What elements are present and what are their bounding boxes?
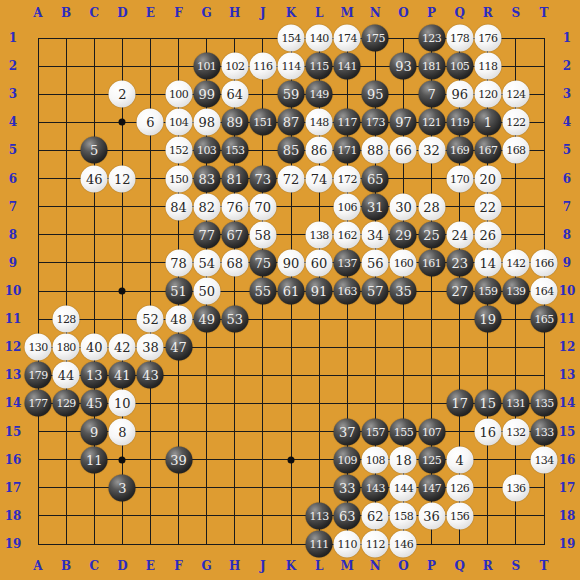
- col-label-bottom-P: P: [427, 560, 436, 572]
- stone-move-number: 98: [198, 116, 215, 129]
- stone-move-number: 101: [197, 61, 216, 72]
- row-label-left-3: 3: [9, 88, 17, 100]
- row-label-right-10: 10: [559, 285, 576, 297]
- stone-H11-black[interactable]: 53: [221, 306, 248, 333]
- stone-O18-white[interactable]: 158: [390, 502, 417, 529]
- stone-S15-white[interactable]: 132: [502, 418, 529, 445]
- stone-L1-white[interactable]: 140: [306, 25, 333, 52]
- stone-L2-black[interactable]: 115: [306, 53, 333, 80]
- stone-move-number: 130: [28, 342, 47, 353]
- stone-move-number: 155: [394, 426, 413, 437]
- row-label-left-16: 16: [5, 454, 22, 466]
- col-label-bottom-H: H: [229, 560, 240, 572]
- stone-G10-white[interactable]: 50: [193, 278, 220, 305]
- stone-N17-black[interactable]: 143: [362, 474, 389, 501]
- stone-J10-black[interactable]: 55: [249, 278, 276, 305]
- col-label-bottom-C: C: [89, 560, 99, 572]
- stone-D6-white[interactable]: 12: [109, 165, 136, 192]
- stone-move-number: 143: [366, 482, 385, 493]
- stone-C12-white[interactable]: 40: [81, 334, 108, 361]
- hoshi-point-D16: [119, 456, 126, 463]
- stone-move-number: 175: [366, 33, 385, 44]
- stone-move-number: 77: [198, 228, 215, 241]
- stone-move-number: 113: [310, 510, 329, 521]
- col-label-top-G: G: [202, 7, 212, 19]
- row-label-left-1: 1: [9, 32, 17, 44]
- stone-move-number: 20: [479, 172, 496, 185]
- stone-H2-white[interactable]: 102: [221, 53, 248, 80]
- stone-move-number: 40: [86, 341, 103, 354]
- stone-L5-white[interactable]: 86: [306, 137, 333, 164]
- row-label-left-13: 13: [5, 369, 22, 381]
- col-label-top-R: R: [483, 7, 493, 19]
- stone-E11-white[interactable]: 52: [137, 306, 164, 333]
- stone-J6-black[interactable]: 73: [249, 165, 276, 192]
- stone-P18-white[interactable]: 36: [418, 502, 445, 529]
- stone-E4-white[interactable]: 6: [137, 109, 164, 136]
- stone-L9-white[interactable]: 60: [306, 249, 333, 276]
- row-label-left-19: 19: [5, 538, 22, 550]
- stone-move-number: 118: [478, 61, 497, 72]
- stone-L18-black[interactable]: 113: [306, 502, 333, 529]
- stone-move-number: 38: [142, 341, 159, 354]
- col-label-top-B: B: [61, 7, 71, 19]
- stone-move-number: 31: [367, 200, 384, 213]
- stone-Q8-white[interactable]: 24: [446, 221, 473, 248]
- stone-move-number: 125: [422, 454, 441, 465]
- stone-H5-black[interactable]: 153: [221, 137, 248, 164]
- stone-move-number: 138: [310, 229, 329, 240]
- stone-E13-black[interactable]: 43: [137, 362, 164, 389]
- col-label-top-O: O: [398, 7, 408, 19]
- stone-M4-black[interactable]: 117: [334, 109, 361, 136]
- stone-move-number: 122: [506, 117, 525, 128]
- stone-move-number: 36: [423, 509, 440, 522]
- stone-D12-white[interactable]: 42: [109, 334, 136, 361]
- stone-L10-black[interactable]: 91: [306, 278, 333, 305]
- stone-F4-white[interactable]: 104: [165, 109, 192, 136]
- stone-K10-black[interactable]: 61: [278, 278, 305, 305]
- stone-N3-black[interactable]: 95: [362, 81, 389, 108]
- stone-T14-black[interactable]: 135: [531, 390, 558, 417]
- stone-M7-white[interactable]: 106: [334, 193, 361, 220]
- stone-M2-black[interactable]: 141: [334, 53, 361, 80]
- stone-J4-black[interactable]: 151: [249, 109, 276, 136]
- stone-N6-black[interactable]: 65: [362, 165, 389, 192]
- stone-Q4-black[interactable]: 119: [446, 109, 473, 136]
- stone-J2-white[interactable]: 116: [249, 53, 276, 80]
- stone-move-number: 139: [506, 286, 525, 297]
- stone-K4-black[interactable]: 87: [278, 109, 305, 136]
- row-label-right-8: 8: [563, 229, 571, 241]
- stone-A14-black[interactable]: 177: [25, 390, 52, 417]
- row-label-right-16: 16: [559, 454, 576, 466]
- stone-C5-black[interactable]: 5: [81, 137, 108, 164]
- stone-move-number: 32: [423, 144, 440, 157]
- stone-D14-white[interactable]: 10: [109, 390, 136, 417]
- stone-move-number: 180: [57, 342, 76, 353]
- stone-O16-white[interactable]: 18: [390, 446, 417, 473]
- stone-move-number: 5: [90, 144, 98, 157]
- stone-C6-white[interactable]: 46: [81, 165, 108, 192]
- col-label-bottom-E: E: [146, 560, 155, 572]
- stone-S17-white[interactable]: 136: [502, 474, 529, 501]
- stone-M18-black[interactable]: 63: [334, 502, 361, 529]
- stone-M1-white[interactable]: 174: [334, 25, 361, 52]
- stone-A13-black[interactable]: 179: [25, 362, 52, 389]
- stone-G4-white[interactable]: 98: [193, 109, 220, 136]
- stone-O2-black[interactable]: 93: [390, 53, 417, 80]
- stone-move-number: 121: [422, 117, 441, 128]
- row-label-right-11: 11: [559, 313, 576, 325]
- stone-J9-black[interactable]: 75: [249, 249, 276, 276]
- stone-R9-white[interactable]: 14: [474, 249, 501, 276]
- stone-move-number: 6: [146, 116, 154, 129]
- stone-D3-white[interactable]: 2: [109, 81, 136, 108]
- stone-H9-white[interactable]: 68: [221, 249, 248, 276]
- stone-N5-white[interactable]: 88: [362, 137, 389, 164]
- stone-S14-black[interactable]: 131: [502, 390, 529, 417]
- stone-N15-black[interactable]: 157: [362, 418, 389, 445]
- stone-K6-white[interactable]: 72: [278, 165, 305, 192]
- stone-R3-white[interactable]: 120: [474, 81, 501, 108]
- stone-move-number: 66: [395, 144, 412, 157]
- col-label-top-L: L: [315, 7, 323, 19]
- stone-move-number: 181: [422, 61, 441, 72]
- stone-move-number: 134: [534, 454, 553, 465]
- stone-P16-black[interactable]: 125: [418, 446, 445, 473]
- stone-O5-white[interactable]: 66: [390, 137, 417, 164]
- stone-move-number: 146: [394, 539, 413, 550]
- stone-P3-black[interactable]: 7: [418, 81, 445, 108]
- stone-move-number: 160: [394, 257, 413, 268]
- stone-move-number: 137: [338, 257, 357, 268]
- stone-E12-white[interactable]: 38: [137, 334, 164, 361]
- stone-L19-black[interactable]: 111: [306, 531, 333, 558]
- stone-K5-black[interactable]: 85: [278, 137, 305, 164]
- stone-move-number: 18: [395, 453, 412, 466]
- row-label-right-2: 2: [563, 60, 571, 72]
- stone-O7-white[interactable]: 30: [390, 193, 417, 220]
- stone-move-number: 128: [57, 314, 76, 325]
- stone-M8-white[interactable]: 162: [334, 221, 361, 248]
- stone-Q17-white[interactable]: 126: [446, 474, 473, 501]
- stone-G11-black[interactable]: 49: [193, 306, 220, 333]
- stone-Q18-white[interactable]: 156: [446, 502, 473, 529]
- stone-move-number: 7: [427, 88, 435, 101]
- stone-move-number: 24: [451, 228, 468, 241]
- stone-J8-white[interactable]: 58: [249, 221, 276, 248]
- stone-Q3-white[interactable]: 96: [446, 81, 473, 108]
- stone-N1-black[interactable]: 175: [362, 25, 389, 52]
- stone-R2-white[interactable]: 118: [474, 53, 501, 80]
- stone-M17-black[interactable]: 33: [334, 474, 361, 501]
- grid-line-horizontal: [38, 206, 545, 207]
- stone-move-number: 97: [395, 116, 412, 129]
- stone-K3-black[interactable]: 59: [278, 81, 305, 108]
- stone-O15-black[interactable]: 155: [390, 418, 417, 445]
- stone-O10-black[interactable]: 35: [390, 278, 417, 305]
- col-label-top-A: A: [33, 7, 42, 19]
- stone-B13-white[interactable]: 44: [53, 362, 80, 389]
- stone-O8-black[interactable]: 29: [390, 221, 417, 248]
- stone-T10-white[interactable]: 164: [531, 278, 558, 305]
- stone-move-number: 25: [423, 228, 440, 241]
- stone-S3-white[interactable]: 124: [502, 81, 529, 108]
- stone-move-number: 59: [283, 88, 300, 101]
- stone-P1-black[interactable]: 123: [418, 25, 445, 52]
- stone-move-number: 168: [506, 145, 525, 156]
- stone-move-number: 83: [198, 172, 215, 185]
- stone-P9-black[interactable]: 161: [418, 249, 445, 276]
- stone-F11-white[interactable]: 48: [165, 306, 192, 333]
- stone-G3-black[interactable]: 99: [193, 81, 220, 108]
- stone-N8-white[interactable]: 34: [362, 221, 389, 248]
- stone-move-number: 112: [366, 539, 385, 550]
- col-label-bottom-F: F: [174, 560, 183, 572]
- stone-L8-white[interactable]: 138: [306, 221, 333, 248]
- stone-move-number: 8: [118, 425, 126, 438]
- stone-move-number: 42: [114, 341, 131, 354]
- stone-R4-black[interactable]: 1: [474, 109, 501, 136]
- stone-R7-white[interactable]: 22: [474, 193, 501, 220]
- stone-L4-white[interactable]: 148: [306, 109, 333, 136]
- stone-P2-black[interactable]: 181: [418, 53, 445, 80]
- stone-D13-black[interactable]: 41: [109, 362, 136, 389]
- col-label-top-K: K: [286, 7, 296, 19]
- go-board[interactable]: AABBCCDDEEFFGGHHJJKKLLMMNNOOPPQQRRSSTT11…: [0, 0, 580, 580]
- stone-move-number: 73: [255, 172, 272, 185]
- stone-N4-black[interactable]: 173: [362, 109, 389, 136]
- stone-R10-black[interactable]: 159: [474, 278, 501, 305]
- grid-line-horizontal: [38, 319, 545, 320]
- stone-R8-white[interactable]: 26: [474, 221, 501, 248]
- stone-P7-white[interactable]: 28: [418, 193, 445, 220]
- stone-move-number: 82: [198, 200, 215, 213]
- stone-R15-white[interactable]: 16: [474, 418, 501, 445]
- stone-move-number: 141: [338, 61, 357, 72]
- stone-T15-black[interactable]: 133: [531, 418, 558, 445]
- stone-N9-white[interactable]: 56: [362, 249, 389, 276]
- stone-F5-white[interactable]: 152: [165, 137, 192, 164]
- stone-H8-black[interactable]: 67: [221, 221, 248, 248]
- stone-S10-black[interactable]: 139: [502, 278, 529, 305]
- stone-F6-white[interactable]: 150: [165, 165, 192, 192]
- stone-O9-white[interactable]: 160: [390, 249, 417, 276]
- stone-L3-black[interactable]: 149: [306, 81, 333, 108]
- stone-B11-white[interactable]: 128: [53, 306, 80, 333]
- stone-L6-white[interactable]: 74: [306, 165, 333, 192]
- stone-move-number: 100: [169, 89, 188, 100]
- stone-N7-black[interactable]: 31: [362, 193, 389, 220]
- stone-N19-white[interactable]: 112: [362, 531, 389, 558]
- stone-move-number: 65: [367, 172, 384, 185]
- stone-move-number: 153: [225, 145, 244, 156]
- stone-move-number: 14: [479, 256, 496, 269]
- stone-move-number: 55: [255, 285, 272, 298]
- stone-H3-white[interactable]: 64: [221, 81, 248, 108]
- stone-F12-black[interactable]: 47: [165, 334, 192, 361]
- stone-move-number: 156: [450, 510, 469, 521]
- stone-move-number: 17: [451, 397, 468, 410]
- stone-C16-black[interactable]: 11: [81, 446, 108, 473]
- stone-Q5-black[interactable]: 169: [446, 137, 473, 164]
- stone-D17-black[interactable]: 3: [109, 474, 136, 501]
- stone-G8-black[interactable]: 77: [193, 221, 220, 248]
- stone-move-number: 75: [255, 256, 272, 269]
- row-label-right-18: 18: [559, 510, 576, 522]
- stone-move-number: 169: [450, 145, 469, 156]
- col-label-bottom-R: R: [483, 560, 493, 572]
- stone-C15-black[interactable]: 9: [81, 418, 108, 445]
- stone-H4-black[interactable]: 89: [221, 109, 248, 136]
- stone-F9-white[interactable]: 78: [165, 249, 192, 276]
- stone-M9-black[interactable]: 137: [334, 249, 361, 276]
- stone-move-number: 165: [534, 314, 553, 325]
- stone-S9-white[interactable]: 142: [502, 249, 529, 276]
- stone-H7-white[interactable]: 76: [221, 193, 248, 220]
- stone-M5-black[interactable]: 171: [334, 137, 361, 164]
- stone-R6-white[interactable]: 20: [474, 165, 501, 192]
- stone-move-number: 103: [197, 145, 216, 156]
- stone-G5-black[interactable]: 103: [193, 137, 220, 164]
- stone-F10-black[interactable]: 51: [165, 278, 192, 305]
- stone-S4-white[interactable]: 122: [502, 109, 529, 136]
- stone-Q6-white[interactable]: 170: [446, 165, 473, 192]
- stone-move-number: 179: [28, 370, 47, 381]
- stone-M10-black[interactable]: 163: [334, 278, 361, 305]
- stone-move-number: 174: [338, 33, 357, 44]
- stone-K9-white[interactable]: 90: [278, 249, 305, 276]
- stone-move-number: 70: [255, 200, 272, 213]
- stone-Q9-black[interactable]: 23: [446, 249, 473, 276]
- stone-C14-black[interactable]: 45: [81, 390, 108, 417]
- stone-M16-black[interactable]: 109: [334, 446, 361, 473]
- stone-M15-black[interactable]: 37: [334, 418, 361, 445]
- stone-move-number: 161: [422, 257, 441, 268]
- row-label-left-14: 14: [5, 397, 22, 409]
- stone-move-number: 177: [28, 398, 47, 409]
- stone-O17-white[interactable]: 144: [390, 474, 417, 501]
- row-label-left-8: 8: [9, 229, 17, 241]
- stone-C13-black[interactable]: 13: [81, 362, 108, 389]
- grid-line-horizontal: [38, 544, 545, 545]
- stone-move-number: 135: [534, 398, 553, 409]
- stone-move-number: 52: [142, 313, 159, 326]
- stone-P17-black[interactable]: 147: [418, 474, 445, 501]
- row-label-right-7: 7: [563, 201, 571, 213]
- stone-move-number: 126: [450, 482, 469, 493]
- stone-Q16-white[interactable]: 4: [446, 446, 473, 473]
- row-label-right-1: 1: [563, 32, 571, 44]
- row-label-left-4: 4: [9, 116, 17, 128]
- row-label-left-5: 5: [9, 144, 17, 156]
- stone-O19-white[interactable]: 146: [390, 531, 417, 558]
- stone-P4-black[interactable]: 121: [418, 109, 445, 136]
- row-label-left-9: 9: [9, 257, 17, 269]
- stone-K1-white[interactable]: 154: [278, 25, 305, 52]
- stone-move-number: 114: [281, 61, 300, 72]
- stone-T9-white[interactable]: 166: [531, 249, 558, 276]
- col-label-bottom-L: L: [315, 560, 323, 572]
- stone-move-number: 47: [170, 341, 187, 354]
- stone-move-number: 51: [170, 285, 187, 298]
- stone-T16-white[interactable]: 134: [531, 446, 558, 473]
- col-label-top-T: T: [540, 7, 549, 19]
- stone-move-number: 105: [450, 61, 469, 72]
- stone-Q2-black[interactable]: 105: [446, 53, 473, 80]
- stone-R14-black[interactable]: 15: [474, 390, 501, 417]
- stone-F16-black[interactable]: 39: [165, 446, 192, 473]
- stone-F7-white[interactable]: 84: [165, 193, 192, 220]
- stone-B14-black[interactable]: 129: [53, 390, 80, 417]
- stone-move-number: 162: [338, 229, 357, 240]
- stone-F3-white[interactable]: 100: [165, 81, 192, 108]
- row-label-left-2: 2: [9, 60, 17, 72]
- stone-A12-white[interactable]: 130: [25, 334, 52, 361]
- stone-move-number: 4: [456, 453, 464, 466]
- stone-M6-white[interactable]: 172: [334, 165, 361, 192]
- stone-R11-black[interactable]: 19: [474, 306, 501, 333]
- stone-N18-white[interactable]: 62: [362, 502, 389, 529]
- stone-O4-black[interactable]: 97: [390, 109, 417, 136]
- col-label-top-M: M: [341, 7, 354, 19]
- stone-move-number: 154: [281, 33, 300, 44]
- row-label-right-15: 15: [559, 426, 576, 438]
- stone-move-number: 74: [311, 172, 328, 185]
- stone-R5-black[interactable]: 167: [474, 137, 501, 164]
- stone-J7-white[interactable]: 70: [249, 193, 276, 220]
- stone-P15-black[interactable]: 107: [418, 418, 445, 445]
- stone-S5-white[interactable]: 168: [502, 137, 529, 164]
- stone-P8-black[interactable]: 25: [418, 221, 445, 248]
- stone-P5-white[interactable]: 32: [418, 137, 445, 164]
- stone-G2-black[interactable]: 101: [193, 53, 220, 80]
- stone-D15-white[interactable]: 8: [109, 418, 136, 445]
- stone-move-number: 88: [367, 144, 384, 157]
- stone-N10-black[interactable]: 57: [362, 278, 389, 305]
- stone-H6-black[interactable]: 81: [221, 165, 248, 192]
- col-label-top-D: D: [117, 7, 127, 19]
- stone-move-number: 30: [395, 200, 412, 213]
- row-label-right-12: 12: [559, 341, 576, 353]
- row-label-right-9: 9: [563, 257, 571, 269]
- stone-Q10-black[interactable]: 27: [446, 278, 473, 305]
- stone-move-number: 158: [394, 510, 413, 521]
- stone-move-number: 96: [451, 88, 468, 101]
- stone-G9-white[interactable]: 54: [193, 249, 220, 276]
- stone-M19-white[interactable]: 110: [334, 531, 361, 558]
- stone-move-number: 131: [506, 398, 525, 409]
- stone-move-number: 95: [367, 88, 384, 101]
- stone-G6-black[interactable]: 83: [193, 165, 220, 192]
- stone-R1-white[interactable]: 176: [474, 25, 501, 52]
- stone-move-number: 124: [506, 89, 525, 100]
- stone-Q1-white[interactable]: 178: [446, 25, 473, 52]
- col-label-top-F: F: [174, 7, 183, 19]
- stone-Q14-black[interactable]: 17: [446, 390, 473, 417]
- stone-K2-white[interactable]: 114: [278, 53, 305, 80]
- stone-move-number: 54: [198, 256, 215, 269]
- stone-move-number: 107: [422, 426, 441, 437]
- stone-N16-white[interactable]: 108: [362, 446, 389, 473]
- col-label-bottom-S: S: [512, 560, 521, 572]
- stone-G7-white[interactable]: 82: [193, 193, 220, 220]
- hoshi-point-D10: [119, 288, 126, 295]
- stone-move-number: 150: [169, 173, 188, 184]
- stone-B12-white[interactable]: 180: [53, 334, 80, 361]
- stone-T11-black[interactable]: 165: [531, 306, 558, 333]
